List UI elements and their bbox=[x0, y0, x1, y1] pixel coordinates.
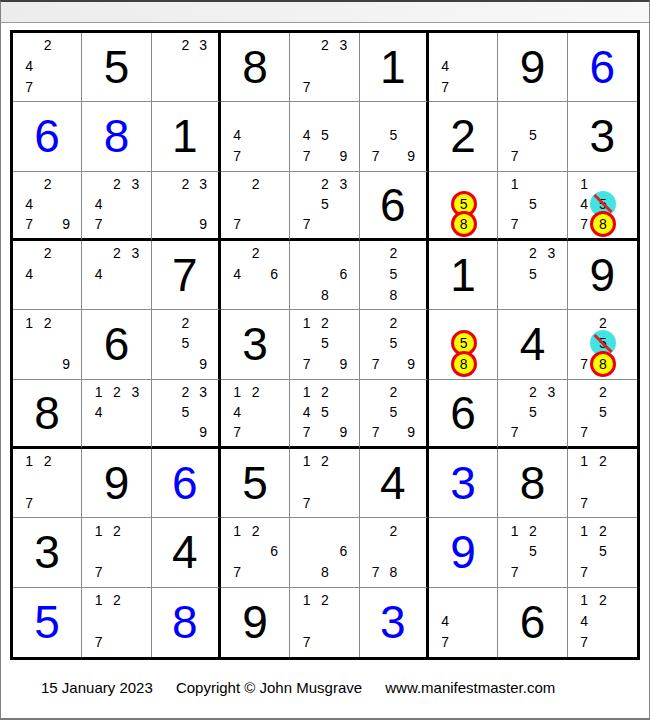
candidate-2[interactable]: 2 bbox=[321, 593, 329, 607]
cell-r2c2[interactable]: 8 bbox=[82, 102, 151, 171]
cell-r8c1[interactable]: 3 bbox=[13, 518, 82, 587]
cell-r4c9[interactable]: 9 bbox=[568, 241, 637, 310]
candidate-5[interactable]: 5 bbox=[181, 336, 189, 350]
cell-r8c9[interactable]: 1257 bbox=[568, 518, 637, 587]
candidate-2[interactable]: 2 bbox=[252, 385, 260, 399]
candidate-grid: 237 bbox=[290, 33, 358, 101]
candidate-9[interactable]: 9 bbox=[340, 357, 348, 371]
candidate-7[interactable]: 7 bbox=[372, 149, 380, 163]
candidate-8-highlighted[interactable]: 8 bbox=[590, 211, 616, 237]
given-digit: 5 bbox=[104, 44, 130, 90]
candidate-1[interactable]: 1 bbox=[95, 593, 103, 607]
candidate-2[interactable]: 2 bbox=[389, 246, 397, 260]
cell-r9c5[interactable]: 127 bbox=[290, 588, 359, 657]
candidate-7[interactable]: 7 bbox=[95, 635, 103, 649]
candidate-grid: 1247 bbox=[221, 380, 289, 446]
candidate-7[interactable]: 7 bbox=[25, 217, 33, 231]
candidate-5[interactable]: 5 bbox=[529, 405, 537, 419]
candidate-grid: 127 bbox=[568, 449, 637, 517]
candidate-7[interactable]: 7 bbox=[303, 357, 311, 371]
footer-date: 15 January 2023 bbox=[41, 679, 153, 696]
cell-r6c6[interactable]: 2579 bbox=[360, 380, 429, 449]
cell-r7c4[interactable]: 5 bbox=[221, 449, 290, 518]
candidate-5[interactable]: 5 bbox=[529, 267, 537, 281]
candidate-9[interactable]: 9 bbox=[62, 217, 70, 231]
candidate-1[interactable]: 1 bbox=[95, 524, 103, 538]
cell-r8c8[interactable]: 1257 bbox=[498, 518, 567, 587]
candidate-grid: 47 bbox=[429, 33, 497, 101]
entered-digit: 5 bbox=[34, 599, 60, 645]
candidate-3[interactable]: 3 bbox=[199, 38, 207, 52]
cell-r2c7[interactable]: 2 bbox=[429, 102, 498, 171]
cell-r7c8[interactable]: 8 bbox=[498, 449, 567, 518]
cell-r9c9[interactable]: 1247 bbox=[568, 588, 637, 657]
candidate-6[interactable]: 6 bbox=[270, 544, 278, 558]
candidate-7[interactable]: 7 bbox=[303, 425, 311, 439]
candidate-1[interactable]: 1 bbox=[303, 316, 311, 330]
candidate-8[interactable]: 8 bbox=[389, 288, 397, 302]
candidate-7[interactable]: 7 bbox=[303, 80, 311, 94]
candidate-2[interactable]: 2 bbox=[44, 246, 52, 260]
candidate-grid: 2347 bbox=[82, 172, 150, 238]
candidate-7[interactable]: 7 bbox=[233, 217, 241, 231]
cell-r1c2[interactable]: 5 bbox=[82, 33, 151, 102]
candidate-grid: 1234 bbox=[82, 380, 150, 446]
cell-r4c6[interactable]: 258 bbox=[360, 241, 429, 310]
sudoku-grid: 2475238237147966814745795792573247923472… bbox=[10, 30, 640, 660]
candidate-1[interactable]: 1 bbox=[303, 593, 311, 607]
candidate-5[interactable]: 5 bbox=[389, 267, 397, 281]
candidate-5[interactable]: 5 bbox=[389, 405, 397, 419]
given-digit: 3 bbox=[34, 529, 60, 575]
cell-r1c9[interactable]: 6 bbox=[568, 33, 637, 102]
candidate-9[interactable]: 9 bbox=[407, 425, 415, 439]
candidate-2[interactable]: 2 bbox=[321, 177, 329, 191]
candidate-grid: 127 bbox=[82, 518, 150, 586]
cell-r6c9[interactable]: 257 bbox=[568, 380, 637, 449]
cell-r2c3[interactable]: 1 bbox=[152, 102, 221, 171]
cell-r3c6[interactable]: 6 bbox=[360, 172, 429, 241]
cell-r9c8[interactable]: 6 bbox=[498, 588, 567, 657]
candidate-4[interactable]: 4 bbox=[25, 59, 33, 73]
candidate-7[interactable]: 7 bbox=[372, 425, 380, 439]
candidate-5[interactable]: 5 bbox=[529, 197, 537, 211]
given-digit: 9 bbox=[104, 460, 130, 506]
candidate-2[interactable]: 2 bbox=[44, 316, 52, 330]
candidate-8-highlighted[interactable]: 8 bbox=[451, 351, 477, 377]
candidate-9[interactable]: 9 bbox=[407, 149, 415, 163]
cell-r8c6[interactable]: 278 bbox=[360, 518, 429, 587]
candidate-grid: 2357 bbox=[498, 380, 566, 446]
candidate-grid: 2479 bbox=[13, 172, 81, 238]
cell-r5c6[interactable]: 2579 bbox=[360, 310, 429, 379]
candidate-4[interactable]: 4 bbox=[95, 197, 103, 211]
candidate-1[interactable]: 1 bbox=[303, 385, 311, 399]
candidate-4[interactable]: 4 bbox=[95, 267, 103, 281]
candidate-7[interactable]: 7 bbox=[372, 565, 380, 579]
cell-r6c5[interactable]: 124579 bbox=[290, 380, 359, 449]
candidate-grid: 1267 bbox=[221, 518, 289, 586]
candidate-2[interactable]: 2 bbox=[44, 454, 52, 468]
candidate-5[interactable]: 5 bbox=[599, 544, 607, 558]
candidate-7[interactable]: 7 bbox=[303, 635, 311, 649]
candidate-grid: 47 bbox=[429, 588, 497, 657]
candidate-3[interactable]: 3 bbox=[340, 38, 348, 52]
candidate-3[interactable]: 3 bbox=[340, 177, 348, 191]
cell-r8c3[interactable]: 4 bbox=[152, 518, 221, 587]
candidate-2[interactable]: 2 bbox=[599, 593, 607, 607]
candidate-2[interactable]: 2 bbox=[389, 385, 397, 399]
cell-r1c5[interactable]: 237 bbox=[290, 33, 359, 102]
cell-r7c9[interactable]: 127 bbox=[568, 449, 637, 518]
candidate-1[interactable]: 1 bbox=[580, 177, 588, 191]
candidate-6[interactable]: 6 bbox=[270, 267, 278, 281]
candidate-1[interactable]: 1 bbox=[95, 385, 103, 399]
given-digit: 7 bbox=[172, 252, 198, 298]
candidate-2[interactable]: 2 bbox=[389, 524, 397, 538]
cell-r3c9[interactable]: 14578 bbox=[568, 172, 637, 241]
cell-r6c1[interactable]: 8 bbox=[13, 380, 82, 449]
candidate-2[interactable]: 2 bbox=[113, 385, 121, 399]
candidate-4[interactable]: 4 bbox=[233, 405, 241, 419]
cell-r4c2[interactable]: 234 bbox=[82, 241, 151, 310]
cell-r1c1[interactable]: 247 bbox=[13, 33, 82, 102]
candidate-2[interactable]: 2 bbox=[529, 385, 537, 399]
cell-r8c5[interactable]: 68 bbox=[290, 518, 359, 587]
candidate-grid: 239 bbox=[152, 172, 218, 238]
candidate-grid: 12579 bbox=[290, 310, 358, 378]
given-digit: 2 bbox=[450, 113, 476, 159]
candidate-5[interactable]: 5 bbox=[321, 128, 329, 142]
candidate-grid: 58 bbox=[429, 310, 497, 378]
cell-r6c8[interactable]: 2357 bbox=[498, 380, 567, 449]
candidate-2[interactable]: 2 bbox=[529, 524, 537, 538]
cell-r4c1[interactable]: 24 bbox=[13, 241, 82, 310]
candidate-1[interactable]: 1 bbox=[580, 454, 588, 468]
candidate-7[interactable]: 7 bbox=[580, 496, 588, 510]
given-digit: 5 bbox=[242, 460, 268, 506]
candidate-1[interactable]: 1 bbox=[580, 524, 588, 538]
candidate-7[interactable]: 7 bbox=[580, 425, 588, 439]
app-window: 2475238237147966814745795792573247923472… bbox=[0, 0, 650, 720]
candidate-7[interactable]: 7 bbox=[511, 149, 519, 163]
candidate-7[interactable]: 7 bbox=[441, 80, 449, 94]
candidate-8[interactable]: 8 bbox=[321, 288, 329, 302]
cell-r3c7[interactable]: 58 bbox=[429, 172, 498, 241]
cell-r4c3[interactable]: 7 bbox=[152, 241, 221, 310]
candidate-9[interactable]: 9 bbox=[340, 149, 348, 163]
candidate-grid: 23 bbox=[152, 33, 218, 101]
candidate-7[interactable]: 7 bbox=[303, 217, 311, 231]
candidate-grid: 58 bbox=[429, 172, 497, 238]
cell-r7c1[interactable]: 127 bbox=[13, 449, 82, 518]
cell-r5c7[interactable]: 58 bbox=[429, 310, 498, 379]
candidate-grid: 14578 bbox=[568, 172, 637, 238]
title-bar bbox=[1, 2, 649, 23]
candidate-2[interactable]: 2 bbox=[181, 316, 189, 330]
candidate-2[interactable]: 2 bbox=[529, 246, 537, 260]
cell-r3c5[interactable]: 2357 bbox=[290, 172, 359, 241]
candidate-4[interactable]: 4 bbox=[233, 267, 241, 281]
candidate-4[interactable]: 4 bbox=[441, 59, 449, 73]
given-digit: 8 bbox=[242, 44, 268, 90]
candidate-5[interactable]: 5 bbox=[389, 336, 397, 350]
candidate-5[interactable]: 5 bbox=[321, 197, 329, 211]
candidate-grid: 2357 bbox=[290, 172, 358, 238]
candidate-2[interactable]: 2 bbox=[252, 246, 260, 260]
candidate-7[interactable]: 7 bbox=[580, 217, 588, 231]
candidate-7[interactable]: 7 bbox=[511, 565, 519, 579]
candidate-7[interactable]: 7 bbox=[511, 425, 519, 439]
candidate-5[interactable]: 5 bbox=[321, 336, 329, 350]
candidate-9[interactable]: 9 bbox=[62, 357, 70, 371]
candidate-2[interactable]: 2 bbox=[181, 385, 189, 399]
candidate-9[interactable]: 9 bbox=[199, 425, 207, 439]
cell-r4c7[interactable]: 1 bbox=[429, 241, 498, 310]
cell-r6c3[interactable]: 2359 bbox=[152, 380, 221, 449]
given-digit: 9 bbox=[520, 44, 546, 90]
cell-r7c3[interactable]: 6 bbox=[152, 449, 221, 518]
candidate-2[interactable]: 2 bbox=[321, 385, 329, 399]
cell-r3c8[interactable]: 157 bbox=[498, 172, 567, 241]
candidate-3[interactable]: 3 bbox=[199, 385, 207, 399]
candidate-grid: 247 bbox=[13, 33, 81, 101]
candidate-3[interactable]: 3 bbox=[132, 177, 140, 191]
candidate-grid: 124579 bbox=[290, 380, 358, 446]
candidate-grid: 1257 bbox=[568, 518, 637, 586]
candidate-2[interactable]: 2 bbox=[599, 524, 607, 538]
candidate-4[interactable]: 4 bbox=[303, 405, 311, 419]
candidate-grid: 258 bbox=[360, 241, 426, 309]
cell-r5c8[interactable]: 4 bbox=[498, 310, 567, 379]
cell-r3c2[interactable]: 2347 bbox=[82, 172, 151, 241]
candidate-5[interactable]: 5 bbox=[389, 128, 397, 142]
given-digit: 8 bbox=[520, 460, 546, 506]
cell-r6c2[interactable]: 1234 bbox=[82, 380, 151, 449]
candidate-7[interactable]: 7 bbox=[372, 357, 380, 371]
candidate-7[interactable]: 7 bbox=[511, 217, 519, 231]
candidate-4[interactable]: 4 bbox=[25, 267, 33, 281]
candidate-grid: 68 bbox=[290, 241, 358, 309]
candidate-2[interactable]: 2 bbox=[252, 524, 260, 538]
candidate-6[interactable]: 6 bbox=[340, 267, 348, 281]
given-digit: 6 bbox=[450, 390, 476, 436]
entered-digit: 3 bbox=[450, 460, 476, 506]
candidate-4[interactable]: 4 bbox=[233, 128, 241, 142]
candidate-8[interactable]: 8 bbox=[389, 565, 397, 579]
candidate-3[interactable]: 3 bbox=[548, 385, 556, 399]
cell-r4c8[interactable]: 235 bbox=[498, 241, 567, 310]
candidate-2[interactable]: 2 bbox=[321, 454, 329, 468]
candidate-grid: 127 bbox=[290, 449, 358, 517]
candidate-7[interactable]: 7 bbox=[25, 496, 33, 510]
cell-r8c2[interactable]: 127 bbox=[82, 518, 151, 587]
candidate-2[interactable]: 2 bbox=[181, 177, 189, 191]
cell-r9c2[interactable]: 127 bbox=[82, 588, 151, 657]
given-digit: 4 bbox=[520, 321, 546, 367]
cell-r5c5[interactable]: 12579 bbox=[290, 310, 359, 379]
candidate-grid: 27 bbox=[221, 172, 289, 238]
candidate-5[interactable]: 5 bbox=[321, 405, 329, 419]
candidate-1[interactable]: 1 bbox=[25, 454, 33, 468]
candidate-1[interactable]: 1 bbox=[511, 524, 519, 538]
candidate-3[interactable]: 3 bbox=[132, 246, 140, 260]
candidate-9[interactable]: 9 bbox=[407, 357, 415, 371]
candidate-2[interactable]: 2 bbox=[181, 38, 189, 52]
candidate-3[interactable]: 3 bbox=[548, 246, 556, 260]
cell-r9c7[interactable]: 47 bbox=[429, 588, 498, 657]
cell-r2c8[interactable]: 57 bbox=[498, 102, 567, 171]
given-digit: 4 bbox=[172, 529, 198, 575]
cell-r5c3[interactable]: 259 bbox=[152, 310, 221, 379]
candidate-2[interactable]: 2 bbox=[599, 454, 607, 468]
candidate-4[interactable]: 4 bbox=[441, 614, 449, 628]
candidate-1[interactable]: 1 bbox=[511, 177, 519, 191]
candidate-5[interactable]: 5 bbox=[529, 128, 537, 142]
cell-r9c4[interactable]: 9 bbox=[221, 588, 290, 657]
cell-r7c5[interactable]: 127 bbox=[290, 449, 359, 518]
candidate-2[interactable]: 2 bbox=[321, 38, 329, 52]
cell-r1c4[interactable]: 8 bbox=[221, 33, 290, 102]
candidate-4[interactable]: 4 bbox=[95, 405, 103, 419]
candidate-7[interactable]: 7 bbox=[95, 217, 103, 231]
candidate-2[interactable]: 2 bbox=[44, 177, 52, 191]
candidate-2[interactable]: 2 bbox=[44, 38, 52, 52]
candidate-2[interactable]: 2 bbox=[113, 524, 121, 538]
cell-r5c2[interactable]: 6 bbox=[82, 310, 151, 379]
candidate-7[interactable]: 7 bbox=[25, 80, 33, 94]
candidate-7[interactable]: 7 bbox=[303, 496, 311, 510]
cell-r8c4[interactable]: 1267 bbox=[221, 518, 290, 587]
candidate-7[interactable]: 7 bbox=[580, 635, 588, 649]
cell-r5c4[interactable]: 3 bbox=[221, 310, 290, 379]
candidate-3[interactable]: 3 bbox=[132, 385, 140, 399]
candidate-grid: 2359 bbox=[152, 380, 218, 446]
candidate-5[interactable]: 5 bbox=[529, 544, 537, 558]
cell-r1c7[interactable]: 47 bbox=[429, 33, 498, 102]
candidate-7[interactable]: 7 bbox=[580, 357, 588, 371]
cell-r7c2[interactable]: 9 bbox=[82, 449, 151, 518]
candidate-1[interactable]: 1 bbox=[233, 385, 241, 399]
candidate-2[interactable]: 2 bbox=[113, 246, 121, 260]
cell-r1c3[interactable]: 23 bbox=[152, 33, 221, 102]
entered-digit: 6 bbox=[590, 44, 616, 90]
cell-r2c4[interactable]: 47 bbox=[221, 102, 290, 171]
candidate-2[interactable]: 2 bbox=[599, 385, 607, 399]
candidate-grid: 1257 bbox=[498, 518, 566, 586]
footer-website: www.manifestmaster.com bbox=[385, 679, 555, 696]
cell-r7c6[interactable]: 4 bbox=[360, 449, 429, 518]
candidate-2[interactable]: 2 bbox=[389, 316, 397, 330]
cell-r9c1[interactable]: 5 bbox=[13, 588, 82, 657]
cell-r6c7[interactable]: 6 bbox=[429, 380, 498, 449]
candidate-2[interactable]: 2 bbox=[113, 177, 121, 191]
candidate-1[interactable]: 1 bbox=[233, 524, 241, 538]
cell-r5c9[interactable]: 2578 bbox=[568, 310, 637, 379]
candidate-7[interactable]: 7 bbox=[303, 149, 311, 163]
candidate-5[interactable]: 5 bbox=[599, 405, 607, 419]
candidate-6[interactable]: 6 bbox=[340, 544, 348, 558]
candidate-7[interactable]: 7 bbox=[233, 565, 241, 579]
candidate-8-highlighted[interactable]: 8 bbox=[451, 211, 477, 237]
given-digit: 6 bbox=[520, 599, 546, 645]
candidate-9[interactable]: 9 bbox=[199, 217, 207, 231]
cell-r9c3[interactable]: 8 bbox=[152, 588, 221, 657]
cell-r9c6[interactable]: 3 bbox=[360, 588, 429, 657]
candidate-grid: 127 bbox=[13, 449, 81, 517]
candidate-4[interactable]: 4 bbox=[25, 197, 33, 211]
candidate-1[interactable]: 1 bbox=[25, 316, 33, 330]
cell-r8c7[interactable]: 9 bbox=[429, 518, 498, 587]
candidate-grid: 259 bbox=[152, 310, 218, 378]
candidate-grid: 257 bbox=[568, 380, 637, 446]
candidate-8-highlighted[interactable]: 8 bbox=[590, 351, 616, 377]
candidate-1[interactable]: 1 bbox=[303, 454, 311, 468]
candidate-2[interactable]: 2 bbox=[113, 593, 121, 607]
cell-r4c5[interactable]: 68 bbox=[290, 241, 359, 310]
candidate-4[interactable]: 4 bbox=[580, 197, 588, 211]
candidate-4[interactable]: 4 bbox=[580, 614, 588, 628]
entered-digit: 8 bbox=[104, 113, 130, 159]
candidate-9[interactable]: 9 bbox=[199, 357, 207, 371]
candidate-2[interactable]: 2 bbox=[599, 316, 607, 330]
candidate-grid: 579 bbox=[360, 102, 426, 170]
candidate-2[interactable]: 2 bbox=[252, 177, 260, 191]
cell-r4c4[interactable]: 246 bbox=[221, 241, 290, 310]
candidate-grid: 246 bbox=[221, 241, 289, 309]
given-digit: 3 bbox=[590, 113, 616, 159]
given-digit: 3 bbox=[242, 321, 268, 367]
given-digit: 9 bbox=[242, 599, 268, 645]
candidate-2[interactable]: 2 bbox=[321, 316, 329, 330]
given-digit: 1 bbox=[380, 44, 406, 90]
given-digit: 1 bbox=[450, 252, 476, 298]
given-digit: 4 bbox=[380, 460, 406, 506]
candidate-9[interactable]: 9 bbox=[340, 425, 348, 439]
cell-r1c6[interactable]: 1 bbox=[360, 33, 429, 102]
candidate-1[interactable]: 1 bbox=[580, 593, 588, 607]
cell-r3c1[interactable]: 2479 bbox=[13, 172, 82, 241]
candidate-grid: 2579 bbox=[360, 380, 426, 446]
entered-digit: 8 bbox=[172, 599, 198, 645]
candidate-7[interactable]: 7 bbox=[441, 635, 449, 649]
candidate-7[interactable]: 7 bbox=[233, 425, 241, 439]
cell-r2c9[interactable]: 3 bbox=[568, 102, 637, 171]
cell-r2c1[interactable]: 6 bbox=[13, 102, 82, 171]
cell-r7c7[interactable]: 3 bbox=[429, 449, 498, 518]
given-digit: 6 bbox=[104, 321, 130, 367]
candidate-7[interactable]: 7 bbox=[95, 565, 103, 579]
cell-r1c8[interactable]: 9 bbox=[498, 33, 567, 102]
candidate-7[interactable]: 7 bbox=[580, 565, 588, 579]
footer-copyright: Copyright © John Musgrave bbox=[176, 679, 362, 696]
candidate-grid: 47 bbox=[221, 102, 289, 170]
cell-r6c4[interactable]: 1247 bbox=[221, 380, 290, 449]
candidate-4[interactable]: 4 bbox=[303, 128, 311, 142]
cell-r3c4[interactable]: 27 bbox=[221, 172, 290, 241]
candidate-8[interactable]: 8 bbox=[321, 565, 329, 579]
candidate-5[interactable]: 5 bbox=[181, 405, 189, 419]
cell-r2c6[interactable]: 579 bbox=[360, 102, 429, 171]
candidate-3[interactable]: 3 bbox=[199, 177, 207, 191]
given-digit: 1 bbox=[172, 113, 198, 159]
cell-r3c3[interactable]: 239 bbox=[152, 172, 221, 241]
candidate-7[interactable]: 7 bbox=[233, 149, 241, 163]
given-digit: 6 bbox=[380, 182, 406, 228]
candidate-grid: 2578 bbox=[568, 310, 637, 378]
cell-r2c5[interactable]: 4579 bbox=[290, 102, 359, 171]
cell-r5c1[interactable]: 129 bbox=[13, 310, 82, 379]
